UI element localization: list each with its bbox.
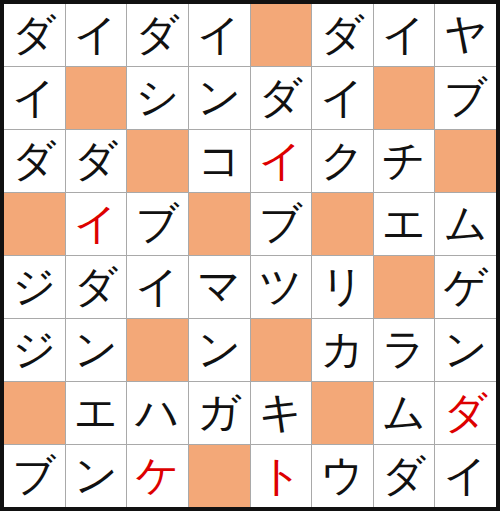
letter-cell-r8c7[interactable]: ダ xyxy=(374,445,435,507)
letter-cell-r3c5[interactable]: イ xyxy=(251,130,312,192)
letter-glyph: エ xyxy=(382,202,426,245)
letter-cell-r5c4[interactable]: マ xyxy=(189,256,250,318)
letter-glyph: ツ xyxy=(259,265,303,308)
letter-glyph: ゲ xyxy=(444,265,488,308)
blocked-cell-r3c8 xyxy=(435,130,496,192)
letter-cell-r4c8[interactable]: ム xyxy=(435,193,496,255)
letter-cell-r1c3[interactable]: ダ xyxy=(127,4,188,66)
letter-cell-r8c3[interactable]: ケ xyxy=(127,445,188,507)
letter-cell-r5c5[interactable]: ツ xyxy=(251,256,312,318)
letter-cell-r3c4[interactable]: コ xyxy=(189,130,250,192)
letter-glyph: ダ xyxy=(259,76,303,119)
letter-glyph: リ xyxy=(320,265,364,308)
letter-glyph: ト xyxy=(259,454,303,497)
blocked-cell-r4c4 xyxy=(189,193,250,255)
letter-cell-r3c2[interactable]: ダ xyxy=(66,130,127,192)
letter-cell-r1c8[interactable]: ヤ xyxy=(435,4,496,66)
letter-cell-r6c7[interactable]: ラ xyxy=(374,319,435,381)
crossword-board: ダイダイダイヤイシンダイブダダコイクチイブブエムジダイマツリゲジンンカランエハガ… xyxy=(0,0,500,511)
letter-cell-r2c4[interactable]: ン xyxy=(189,67,250,129)
letter-cell-r7c3[interactable]: ハ xyxy=(127,382,188,444)
letter-cell-r2c8[interactable]: ブ xyxy=(435,67,496,129)
letter-glyph: ブ xyxy=(12,454,56,497)
letter-glyph: シ xyxy=(136,76,180,119)
letter-glyph: ヤ xyxy=(444,13,488,56)
letter-cell-r4c7[interactable]: エ xyxy=(374,193,435,255)
letter-cell-r1c6[interactable]: ダ xyxy=(312,4,373,66)
letter-cell-r4c2[interactable]: イ xyxy=(66,193,127,255)
blocked-cell-r3c3 xyxy=(127,130,188,192)
blocked-cell-r7c1 xyxy=(4,382,65,444)
letter-glyph: ウ xyxy=(320,454,364,497)
letter-cell-r6c1[interactable]: ジ xyxy=(4,319,65,381)
letter-glyph: イ xyxy=(320,76,364,119)
letter-glyph: ジ xyxy=(12,265,56,308)
blocked-cell-r4c6 xyxy=(312,193,373,255)
letter-glyph: イ xyxy=(74,13,118,56)
blocked-cell-r5c7 xyxy=(374,256,435,318)
letter-glyph: コ xyxy=(197,139,241,182)
letter-glyph: ブ xyxy=(136,202,180,245)
letter-cell-r5c2[interactable]: ダ xyxy=(66,256,127,318)
letter-glyph: イ xyxy=(12,76,56,119)
letter-glyph: イ xyxy=(444,454,488,497)
letter-cell-r7c7[interactable]: ム xyxy=(374,382,435,444)
letter-glyph: ダ xyxy=(74,139,118,182)
letter-cell-r8c1[interactable]: ブ xyxy=(4,445,65,507)
letter-glyph: マ xyxy=(197,265,241,308)
letter-cell-r7c5[interactable]: キ xyxy=(251,382,312,444)
blocked-cell-r6c3 xyxy=(127,319,188,381)
letter-glyph: ン xyxy=(74,328,118,371)
letter-cell-r8c8[interactable]: イ xyxy=(435,445,496,507)
letter-cell-r6c8[interactable]: ン xyxy=(435,319,496,381)
letter-glyph: ン xyxy=(444,328,488,371)
letter-glyph: ダ xyxy=(382,454,426,497)
letter-cell-r2c6[interactable]: イ xyxy=(312,67,373,129)
letter-cell-r1c1[interactable]: ダ xyxy=(4,4,65,66)
letter-glyph: ム xyxy=(382,391,426,434)
letter-cell-r8c6[interactable]: ウ xyxy=(312,445,373,507)
letter-cell-r8c2[interactable]: ン xyxy=(66,445,127,507)
letter-cell-r8c5[interactable]: ト xyxy=(251,445,312,507)
letter-glyph: ラ xyxy=(382,328,426,371)
letter-glyph: イ xyxy=(259,139,303,182)
letter-cell-r2c5[interactable]: ダ xyxy=(251,67,312,129)
letter-cell-r1c2[interactable]: イ xyxy=(66,4,127,66)
blocked-cell-r4c1 xyxy=(4,193,65,255)
letter-glyph: イ xyxy=(136,265,180,308)
letter-glyph: ガ xyxy=(197,391,241,434)
letter-glyph: ム xyxy=(444,202,488,245)
letter-cell-r5c1[interactable]: ジ xyxy=(4,256,65,318)
letter-cell-r1c7[interactable]: イ xyxy=(374,4,435,66)
letter-cell-r3c7[interactable]: チ xyxy=(374,130,435,192)
letter-cell-r1c4[interactable]: イ xyxy=(189,4,250,66)
letter-glyph: ダ xyxy=(444,391,488,434)
crossword-puzzle: ダイダイダイヤイシンダイブダダコイクチイブブエムジダイマツリゲジンンカランエハガ… xyxy=(0,0,500,511)
letter-glyph: カ xyxy=(320,328,364,371)
letter-glyph: ダ xyxy=(136,13,180,56)
blocked-cell-r7c6 xyxy=(312,382,373,444)
letter-glyph: チ xyxy=(382,139,426,182)
letter-cell-r3c6[interactable]: ク xyxy=(312,130,373,192)
blocked-cell-r2c2 xyxy=(66,67,127,129)
letter-glyph: ン xyxy=(197,76,241,119)
letter-glyph: ダ xyxy=(12,13,56,56)
letter-glyph: ダ xyxy=(12,139,56,182)
letter-glyph: ケ xyxy=(136,454,180,497)
letter-cell-r2c1[interactable]: イ xyxy=(4,67,65,129)
letter-cell-r7c4[interactable]: ガ xyxy=(189,382,250,444)
letter-glyph: イ xyxy=(382,13,426,56)
letter-cell-r4c5[interactable]: ブ xyxy=(251,193,312,255)
blocked-cell-r6c5 xyxy=(251,319,312,381)
letter-cell-r6c4[interactable]: ン xyxy=(189,319,250,381)
letter-cell-r5c6[interactable]: リ xyxy=(312,256,373,318)
letter-cell-r3c1[interactable]: ダ xyxy=(4,130,65,192)
letter-glyph: キ xyxy=(259,391,303,434)
letter-cell-r6c2[interactable]: ン xyxy=(66,319,127,381)
letter-glyph: ダ xyxy=(74,265,118,308)
blocked-cell-r8c4 xyxy=(189,445,250,507)
letter-cell-r7c8[interactable]: ダ xyxy=(435,382,496,444)
letter-cell-r2c3[interactable]: シ xyxy=(127,67,188,129)
letter-cell-r5c3[interactable]: イ xyxy=(127,256,188,318)
letter-glyph: ダ xyxy=(320,13,364,56)
letter-glyph: イ xyxy=(74,202,118,245)
letter-glyph: ン xyxy=(74,454,118,497)
letter-glyph: エ xyxy=(74,391,118,434)
blocked-cell-r1c5 xyxy=(251,4,312,66)
letter-glyph: ク xyxy=(320,139,364,182)
letter-cell-r5c8[interactable]: ゲ xyxy=(435,256,496,318)
letter-glyph: ン xyxy=(197,328,241,371)
letter-glyph: ブ xyxy=(259,202,303,245)
letter-glyph: イ xyxy=(197,13,241,56)
letter-glyph: ハ xyxy=(136,391,180,434)
letter-glyph: ジ xyxy=(12,328,56,371)
letter-cell-r6c6[interactable]: カ xyxy=(312,319,373,381)
letter-cell-r4c3[interactable]: ブ xyxy=(127,193,188,255)
blocked-cell-r2c7 xyxy=(374,67,435,129)
letter-cell-r7c2[interactable]: エ xyxy=(66,382,127,444)
letter-glyph: ブ xyxy=(444,76,488,119)
